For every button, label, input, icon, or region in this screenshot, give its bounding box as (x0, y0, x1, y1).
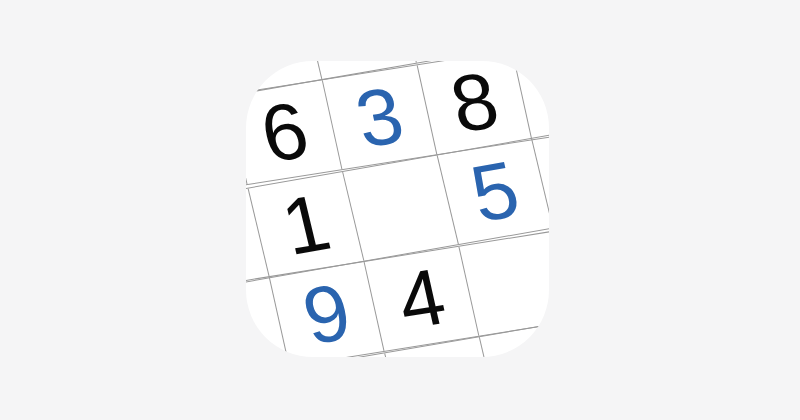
sudoku-app-icon[interactable]: 6381594 (246, 61, 549, 357)
sudoku-cell: 9 (269, 262, 384, 357)
sudoku-board: 6381594 (246, 61, 549, 357)
sudoku-cell: 3 (322, 65, 437, 169)
sudoku-cell: 4 (364, 247, 479, 351)
screen: 6381594 (0, 0, 800, 420)
